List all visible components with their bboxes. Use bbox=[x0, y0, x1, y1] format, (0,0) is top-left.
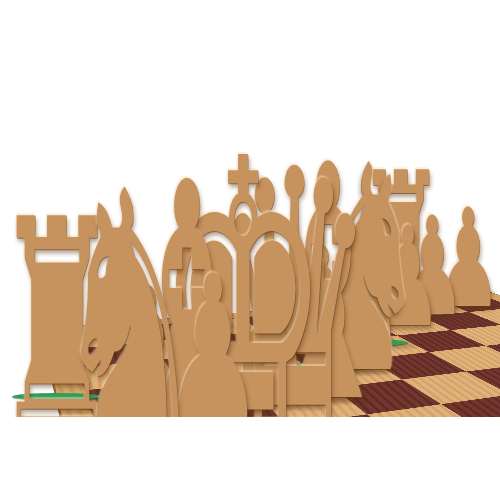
chess-photo-stage: 12345678 ♜♞♝♚♛♝♞♜♟♟♟♟♟♟♟♟ bbox=[0, 0, 500, 500]
bottom-white-crop bbox=[0, 417, 500, 500]
